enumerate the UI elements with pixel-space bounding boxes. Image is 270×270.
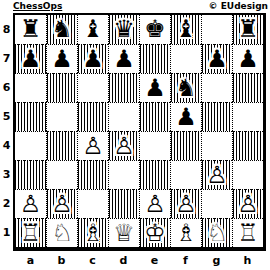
square-a8[interactable]: ♜ [15, 15, 46, 44]
piece-bp-a7[interactable]: ♟ [20, 45, 42, 74]
square-g2[interactable] [201, 189, 232, 218]
board: ♜♞♝♛♚♝♜♟♟♟♟♟♟♟♞♟♙♙♙♙♙♙♙♙♖♘♗♕♔♗♘♖ [13, 13, 266, 251]
square-h2[interactable]: ♙ [232, 189, 263, 218]
piece-wp-e2[interactable]: ♙ [144, 190, 166, 219]
header: ChessOps © EUdesign [0, 0, 270, 13]
board-area: 87654321 ♜♞♝♛♚♝♜♟♟♟♟♟♟♟♞♟♙♙♙♙♙♙♙♙♖♘♗♕♔♗♘… [0, 13, 270, 251]
square-b5[interactable] [46, 102, 77, 131]
piece-wp-c4[interactable]: ♙ [82, 132, 104, 161]
piece-bp-f5[interactable]: ♟ [175, 103, 197, 132]
piece-wp-b2[interactable]: ♙ [51, 190, 73, 219]
square-h5[interactable] [232, 102, 263, 131]
square-e6[interactable]: ♟ [139, 73, 170, 102]
square-f7[interactable] [170, 44, 201, 73]
square-e5[interactable] [139, 102, 170, 131]
piece-bb-c8[interactable]: ♝ [82, 15, 104, 44]
piece-wb-f1[interactable]: ♗ [175, 219, 197, 248]
piece-bp-h7[interactable]: ♟ [237, 45, 259, 74]
file-label-b: b [46, 251, 77, 267]
square-h7[interactable]: ♟ [232, 44, 263, 73]
rank-label-1: 1 [0, 218, 13, 247]
square-a2[interactable]: ♙ [15, 189, 46, 218]
square-g7[interactable]: ♟ [201, 44, 232, 73]
rank-label-8: 8 [0, 15, 13, 44]
square-h6[interactable] [232, 73, 263, 102]
credit-text: © EUdesign [209, 1, 268, 11]
piece-wb-c1[interactable]: ♗ [82, 219, 104, 248]
square-g4[interactable] [201, 131, 232, 160]
file-label-g: g [201, 251, 232, 267]
square-a5[interactable] [15, 102, 46, 131]
square-a6[interactable] [15, 73, 46, 102]
square-f1[interactable]: ♗ [170, 218, 201, 247]
square-h3[interactable] [232, 160, 263, 189]
piece-bq-d8[interactable]: ♛ [113, 15, 135, 44]
piece-bk-e8[interactable]: ♚ [144, 15, 166, 44]
square-e8[interactable]: ♚ [139, 15, 170, 44]
square-d4[interactable]: ♙ [108, 131, 139, 160]
square-a4[interactable] [15, 131, 46, 160]
square-h8[interactable]: ♜ [232, 15, 263, 44]
square-g1[interactable]: ♘ [201, 218, 232, 247]
piece-bn-f6[interactable]: ♞ [175, 74, 197, 103]
square-a7[interactable]: ♟ [15, 44, 46, 73]
piece-bp-g7[interactable]: ♟ [206, 45, 228, 74]
square-d3[interactable] [108, 160, 139, 189]
rank-label-6: 6 [0, 73, 13, 102]
piece-wp-d4[interactable]: ♙ [113, 132, 135, 161]
square-b6[interactable] [46, 73, 77, 102]
square-g3[interactable]: ♙ [201, 160, 232, 189]
piece-bp-d7[interactable]: ♟ [113, 45, 135, 74]
file-label-a: a [15, 251, 46, 267]
file-label-d: d [108, 251, 139, 267]
square-c8[interactable]: ♝ [77, 15, 108, 44]
square-d6[interactable] [108, 73, 139, 102]
piece-wr-h1[interactable]: ♖ [237, 219, 259, 248]
square-f4[interactable] [170, 131, 201, 160]
square-e7[interactable] [139, 44, 170, 73]
square-b1[interactable]: ♘ [46, 218, 77, 247]
file-label-c: c [77, 251, 108, 267]
square-e4[interactable] [139, 131, 170, 160]
square-c5[interactable] [77, 102, 108, 131]
square-d1[interactable]: ♕ [108, 218, 139, 247]
square-e3[interactable] [139, 160, 170, 189]
square-g8[interactable] [201, 15, 232, 44]
square-f8[interactable]: ♝ [170, 15, 201, 44]
square-d7[interactable]: ♟ [108, 44, 139, 73]
piece-bn-b8[interactable]: ♞ [51, 15, 73, 44]
rank-label-5: 5 [0, 102, 13, 131]
square-f2[interactable]: ♙ [170, 189, 201, 218]
square-g5[interactable] [201, 102, 232, 131]
square-h4[interactable] [232, 131, 263, 160]
piece-bp-c7[interactable]: ♟ [82, 45, 104, 74]
square-b2[interactable]: ♙ [46, 189, 77, 218]
square-d2[interactable] [108, 189, 139, 218]
piece-wp-a2[interactable]: ♙ [20, 190, 42, 219]
piece-bp-e6[interactable]: ♟ [144, 74, 166, 103]
piece-wn-g1[interactable]: ♘ [206, 219, 228, 248]
square-c6[interactable] [77, 73, 108, 102]
square-c3[interactable] [77, 160, 108, 189]
square-a1[interactable]: ♖ [15, 218, 46, 247]
rank-label-4: 4 [0, 131, 13, 160]
piece-wr-a1[interactable]: ♖ [20, 219, 42, 248]
square-c7[interactable]: ♟ [77, 44, 108, 73]
rank-label-7: 7 [0, 44, 13, 73]
square-d5[interactable] [108, 102, 139, 131]
square-c1[interactable]: ♗ [77, 218, 108, 247]
square-b7[interactable]: ♟ [46, 44, 77, 73]
piece-wp-g3[interactable]: ♙ [206, 161, 228, 190]
square-g6[interactable] [201, 73, 232, 102]
rank-label-3: 3 [0, 160, 13, 189]
square-f5[interactable]: ♟ [170, 102, 201, 131]
piece-bb-f8[interactable]: ♝ [175, 15, 197, 44]
square-b3[interactable] [46, 160, 77, 189]
square-f3[interactable] [170, 160, 201, 189]
rank-label-2: 2 [0, 189, 13, 218]
app-title: ChessOps [13, 1, 62, 11]
piece-wp-f2[interactable]: ♙ [175, 190, 197, 219]
piece-wp-h2[interactable]: ♙ [237, 190, 259, 219]
file-label-f: f [170, 251, 201, 267]
square-a3[interactable] [15, 160, 46, 189]
square-h1[interactable]: ♖ [232, 218, 263, 247]
piece-wn-b1[interactable]: ♘ [51, 219, 73, 248]
file-label-e: e [139, 251, 170, 267]
square-d8[interactable]: ♛ [108, 15, 139, 44]
piece-br-a8[interactable]: ♜ [20, 15, 42, 44]
square-e1[interactable]: ♔ [139, 218, 170, 247]
piece-wq-d1[interactable]: ♕ [113, 219, 135, 248]
file-labels: abcdefgh [15, 251, 270, 267]
square-b4[interactable] [46, 131, 77, 160]
piece-bp-b7[interactable]: ♟ [51, 45, 73, 74]
square-f6[interactable]: ♞ [170, 73, 201, 102]
file-label-h: h [232, 251, 263, 267]
square-c4[interactable]: ♙ [77, 131, 108, 160]
piece-wk-e1[interactable]: ♔ [144, 219, 166, 248]
square-c2[interactable] [77, 189, 108, 218]
square-b8[interactable]: ♞ [46, 15, 77, 44]
rank-labels: 87654321 [0, 13, 13, 251]
square-e2[interactable]: ♙ [139, 189, 170, 218]
piece-br-h8[interactable]: ♜ [237, 15, 259, 44]
